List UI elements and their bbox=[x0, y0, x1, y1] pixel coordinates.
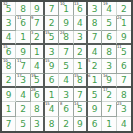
cage-sum: 24 bbox=[117, 16, 122, 20]
cell-r6c5[interactable]: 4 bbox=[59, 74, 73, 88]
cage-sum: 15 bbox=[45, 102, 50, 106]
cell-r8c9[interactable]: 233 bbox=[117, 102, 131, 116]
cell-r5c9[interactable]: 6 bbox=[117, 59, 131, 73]
cell-digit: 6 bbox=[34, 91, 40, 100]
cell-digit: 6 bbox=[77, 5, 83, 14]
cell-r4c6[interactable]: 2 bbox=[74, 45, 88, 59]
cell-digit: 8 bbox=[121, 91, 127, 100]
cage-sum: 9 bbox=[31, 16, 33, 20]
cell-digit: 3 bbox=[92, 5, 98, 14]
cell-digit: 6 bbox=[106, 33, 112, 42]
cell-digit: 5 bbox=[63, 62, 69, 71]
cell-r3c3[interactable]: 32 bbox=[31, 31, 45, 45]
cell-r6c9[interactable]: 7 bbox=[117, 74, 131, 88]
cage-sum: 16 bbox=[103, 74, 108, 78]
cage-sum: 28 bbox=[31, 88, 36, 92]
cell-digit: 4 bbox=[20, 91, 26, 100]
cell-r7c9[interactable]: 8 bbox=[117, 88, 131, 102]
cell-digit: 5 bbox=[92, 91, 98, 100]
cell-digit: 3 bbox=[6, 19, 12, 28]
cage-sum: 6 bbox=[88, 74, 90, 78]
cell-digit: 1 bbox=[77, 62, 83, 71]
cage-sum: 11 bbox=[17, 59, 22, 63]
cell-digit: 5 bbox=[106, 19, 112, 28]
cell-digit: 3 bbox=[121, 105, 127, 114]
cage-sum: 19 bbox=[31, 74, 36, 78]
cell-r1c3[interactable]: 9 bbox=[31, 2, 45, 16]
cell-digit: 2 bbox=[49, 19, 55, 28]
cage-sum: 5 bbox=[88, 59, 90, 63]
cell-r9c1[interactable]: 7 bbox=[2, 117, 16, 131]
cell-digit: 6 bbox=[6, 48, 12, 57]
cell-r1c7[interactable]: 3 bbox=[88, 2, 102, 16]
cell-r8c7[interactable]: 9 bbox=[88, 102, 102, 116]
cell-r6c1[interactable]: 2 bbox=[2, 74, 16, 88]
cell-r8c8[interactable]: 7 bbox=[102, 102, 116, 116]
cell-r3c1[interactable]: 4 bbox=[2, 31, 16, 45]
cage-sum: 17 bbox=[17, 74, 22, 78]
cell-digit: 4 bbox=[121, 120, 127, 129]
cell-r5c6[interactable]: 1 bbox=[74, 59, 88, 73]
cell-digit: 5 bbox=[6, 5, 12, 14]
cell-r4c7[interactable]: 4 bbox=[88, 45, 102, 59]
cell-digit: 9 bbox=[49, 62, 55, 71]
cell-r4c4[interactable]: 3 bbox=[45, 45, 59, 59]
cell-digit: 7 bbox=[20, 62, 26, 71]
cell-digit: 1 bbox=[106, 120, 112, 129]
cell-r2c4[interactable]: 2 bbox=[45, 16, 59, 30]
cell-digit: 1 bbox=[92, 76, 98, 85]
cell-digit: 3 bbox=[34, 120, 40, 129]
cage-sum: 19 bbox=[103, 2, 108, 6]
cell-digit: 7 bbox=[34, 19, 40, 28]
cell-digit: 2 bbox=[106, 91, 112, 100]
cell-digit: 5 bbox=[77, 105, 83, 114]
cell-digit: 2 bbox=[121, 5, 127, 14]
cell-r7c4[interactable]: 1 bbox=[45, 88, 59, 102]
cell-digit: 6 bbox=[121, 62, 127, 71]
cell-r6c2[interactable]: 173 bbox=[16, 74, 30, 88]
cell-r7c1[interactable]: 9 bbox=[2, 88, 16, 102]
cell-r7c2[interactable]: 4 bbox=[16, 88, 30, 102]
cage-sum: 23 bbox=[117, 102, 122, 106]
cell-r7c6[interactable]: 7 bbox=[74, 88, 88, 102]
cell-digit: 1 bbox=[63, 5, 69, 14]
cage-sum: 17 bbox=[103, 88, 108, 92]
cell-digit: 9 bbox=[121, 33, 127, 42]
cell-digit: 7 bbox=[106, 105, 112, 114]
cell-r9c8[interactable]: 1 bbox=[102, 117, 116, 131]
cell-digit: 8 bbox=[106, 48, 112, 57]
cell-r5c4[interactable]: 159 bbox=[45, 59, 59, 73]
cell-r7c3[interactable]: 286 bbox=[31, 88, 45, 102]
cell-r1c8[interactable]: 194 bbox=[102, 2, 116, 16]
cell-digit: 1 bbox=[6, 105, 12, 114]
cell-r2c3[interactable]: 97 bbox=[31, 16, 45, 30]
killer-sudoku-board: 3258971011363194231169729485241413215524… bbox=[0, 0, 133, 133]
cell-digit: 3 bbox=[63, 91, 69, 100]
cage-sum: 8 bbox=[60, 102, 62, 106]
cell-digit: 5 bbox=[20, 120, 26, 129]
cell-r1c9[interactable]: 2 bbox=[117, 2, 131, 16]
cell-digit: 6 bbox=[20, 19, 26, 28]
cell-r3c8[interactable]: 6 bbox=[102, 31, 116, 45]
cell-r6c3[interactable]: 195 bbox=[31, 74, 45, 88]
cell-digit: 8 bbox=[6, 62, 12, 71]
cell-digit: 9 bbox=[6, 91, 12, 100]
cell-r4c1[interactable]: 156 bbox=[2, 45, 16, 59]
cage-sum: 11 bbox=[117, 45, 122, 49]
cell-r8c4[interactable]: 154 bbox=[45, 102, 59, 116]
cell-r1c2[interactable]: 8 bbox=[16, 2, 30, 16]
cage-sum: 14 bbox=[74, 102, 79, 106]
cell-r3c4[interactable]: 155 bbox=[45, 31, 59, 45]
cell-r8c5[interactable]: 86 bbox=[59, 102, 73, 116]
cell-digit: 5 bbox=[121, 48, 127, 57]
cell-r2c8[interactable]: 5 bbox=[102, 16, 116, 30]
cell-r7c5[interactable]: 3 bbox=[59, 88, 73, 102]
cell-digit: 9 bbox=[77, 120, 83, 129]
cell-digit: 3 bbox=[106, 62, 112, 71]
cell-digit: 2 bbox=[20, 105, 26, 114]
cell-digit: 3 bbox=[49, 48, 55, 57]
cell-digit: 8 bbox=[20, 5, 26, 14]
cell-digit: 8 bbox=[92, 19, 98, 28]
cell-r5c8[interactable]: 3 bbox=[102, 59, 116, 73]
cell-r9c9[interactable]: 4 bbox=[117, 117, 131, 131]
cell-r1c4[interactable]: 7 bbox=[45, 2, 59, 16]
cell-r5c7[interactable]: 52 bbox=[88, 59, 102, 73]
cell-digit: 9 bbox=[20, 48, 26, 57]
cell-r3c6[interactable]: 3 bbox=[74, 31, 88, 45]
cell-r5c1[interactable]: 108 bbox=[2, 59, 16, 73]
cell-r8c3[interactable]: 8 bbox=[31, 102, 45, 116]
cell-r3c2[interactable]: 1 bbox=[16, 31, 30, 45]
cell-digit: 2 bbox=[77, 48, 83, 57]
cell-digit: 4 bbox=[77, 19, 83, 28]
cell-digit: 8 bbox=[49, 120, 55, 129]
cell-digit: 8 bbox=[34, 105, 40, 114]
cell-digit: 6 bbox=[92, 120, 98, 129]
cell-digit: 7 bbox=[49, 5, 55, 14]
cell-r9c3[interactable]: 3 bbox=[31, 117, 45, 131]
cell-digit: 1 bbox=[49, 91, 55, 100]
cell-digit: 7 bbox=[6, 120, 12, 129]
cell-r1c1[interactable]: 325 bbox=[2, 2, 16, 16]
cell-r7c8[interactable]: 172 bbox=[102, 88, 116, 102]
cell-digit: 7 bbox=[63, 48, 69, 57]
cell-r1c5[interactable]: 101 bbox=[59, 2, 73, 16]
cell-r7c7[interactable]: 5 bbox=[88, 88, 102, 102]
cell-digit: 6 bbox=[63, 105, 69, 114]
cage-sum: 10 bbox=[3, 59, 8, 63]
cell-r5c2[interactable]: 117 bbox=[16, 59, 30, 73]
cell-digit: 4 bbox=[106, 5, 112, 14]
cell-digit: 2 bbox=[92, 62, 98, 71]
cell-digit: 3 bbox=[77, 33, 83, 42]
cell-r9c2[interactable]: 5 bbox=[16, 117, 30, 131]
cell-digit: 6 bbox=[49, 76, 55, 85]
cell-digit: 9 bbox=[63, 19, 69, 28]
cell-digit: 2 bbox=[34, 33, 40, 42]
cage-sum: 24 bbox=[60, 31, 65, 35]
cell-r2c1[interactable]: 3 bbox=[2, 16, 16, 30]
cage-sum: 15 bbox=[45, 59, 50, 63]
cell-digit: 4 bbox=[92, 48, 98, 57]
cell-r9c4[interactable]: 8 bbox=[45, 117, 59, 131]
cell-r4c2[interactable]: 9 bbox=[16, 45, 30, 59]
cell-digit: 7 bbox=[77, 91, 83, 100]
cell-r3c7[interactable]: 7 bbox=[88, 31, 102, 45]
cell-r3c5[interactable]: 248 bbox=[59, 31, 73, 45]
cell-r2c6[interactable]: 4 bbox=[74, 16, 88, 30]
cell-r6c8[interactable]: 169 bbox=[102, 74, 116, 88]
cell-digit: 4 bbox=[49, 105, 55, 114]
cell-r1c6[interactable]: 136 bbox=[74, 2, 88, 16]
cage-sum: 13 bbox=[74, 2, 79, 6]
cell-r8c6[interactable]: 145 bbox=[74, 102, 88, 116]
cell-r4c3[interactable]: 1 bbox=[31, 45, 45, 59]
cell-digit: 2 bbox=[63, 120, 69, 129]
cell-r4c8[interactable]: 8 bbox=[102, 45, 116, 59]
cage-sum: 15 bbox=[3, 45, 8, 49]
cell-r9c6[interactable]: 9 bbox=[74, 117, 88, 131]
cell-digit: 4 bbox=[63, 76, 69, 85]
cage-sum: 15 bbox=[74, 74, 79, 78]
cell-r2c7[interactable]: 8 bbox=[88, 16, 102, 30]
cell-r5c5[interactable]: 5 bbox=[59, 59, 73, 73]
cell-digit: 7 bbox=[92, 33, 98, 42]
cell-r8c1[interactable]: 1 bbox=[2, 102, 16, 116]
cell-r2c9[interactable]: 241 bbox=[117, 16, 131, 30]
cell-r6c4[interactable]: 6 bbox=[45, 74, 59, 88]
cell-digit: 1 bbox=[121, 19, 127, 28]
cell-digit: 1 bbox=[34, 48, 40, 57]
cell-digit: 4 bbox=[34, 62, 40, 71]
cell-r4c9[interactable]: 115 bbox=[117, 45, 131, 59]
cage-sum: 3 bbox=[31, 31, 33, 35]
cage-sum: 11 bbox=[17, 16, 22, 20]
cage-sum: 10 bbox=[60, 2, 65, 6]
cell-r6c6[interactable]: 158 bbox=[74, 74, 88, 88]
cell-digit: 7 bbox=[121, 76, 127, 85]
cell-digit: 9 bbox=[92, 105, 98, 114]
cell-r9c5[interactable]: 2 bbox=[59, 117, 73, 131]
cell-r3c9[interactable]: 9 bbox=[117, 31, 131, 45]
cell-r9c7[interactable]: 6 bbox=[88, 117, 102, 131]
cell-r2c2[interactable]: 116 bbox=[16, 16, 30, 30]
cell-r4c5[interactable]: 7 bbox=[59, 45, 73, 59]
cage-sum: 15 bbox=[45, 31, 50, 35]
cell-digit: 2 bbox=[6, 76, 12, 85]
cell-digit: 4 bbox=[6, 33, 12, 42]
cell-digit: 9 bbox=[34, 5, 40, 14]
cell-r5c3[interactable]: 4 bbox=[31, 59, 45, 73]
cell-r2c5[interactable]: 9 bbox=[59, 16, 73, 30]
cage-sum: 32 bbox=[3, 2, 8, 6]
cell-r6c7[interactable]: 61 bbox=[88, 74, 102, 88]
cell-digit: 1 bbox=[20, 33, 26, 42]
cell-r8c2[interactable]: 2 bbox=[16, 102, 30, 116]
